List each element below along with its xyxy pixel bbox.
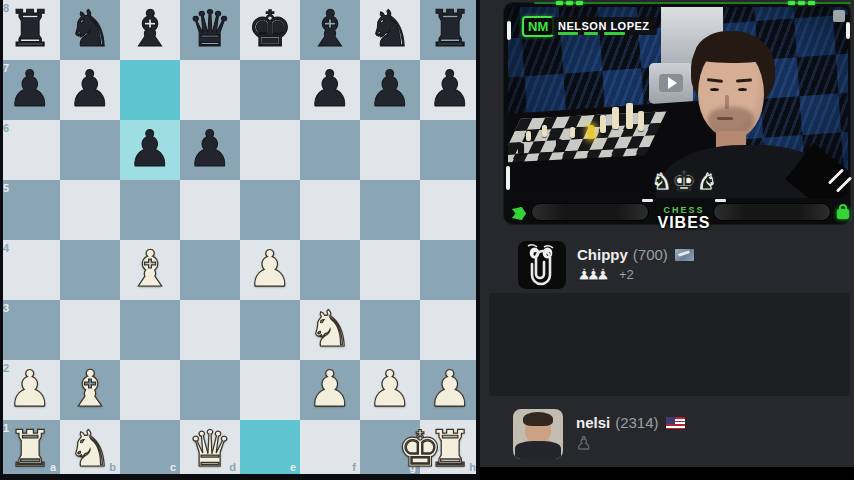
square-c2[interactable] <box>120 360 180 420</box>
black-pawn-h7[interactable]: ♟ <box>420 60 480 120</box>
square-f8[interactable]: ♝ <box>300 0 360 60</box>
square-g6[interactable] <box>360 120 420 180</box>
square-f5[interactable] <box>300 180 360 240</box>
square-a5[interactable]: 5 <box>0 180 60 240</box>
square-c6[interactable]: ♟ <box>120 120 180 180</box>
square-h2[interactable]: ♟ <box>420 360 480 420</box>
white-knight-f3[interactable]: ♞ <box>300 300 360 360</box>
lock-icon <box>837 209 849 219</box>
coord-file-c: c <box>170 462 176 473</box>
chess-board[interactable]: 8♜♞♝♛♚♝♞♜7♟♟♟♟♟6♟♟54♝♟3♞2♟♝♟♟♟1a♜b♞cd♛ef… <box>0 0 480 480</box>
square-b5[interactable] <box>60 180 120 240</box>
chess-set-piece <box>526 131 531 141</box>
chippy-flag-icon <box>675 249 694 261</box>
square-b2[interactable]: ♝ <box>60 360 120 420</box>
square-g5[interactable] <box>360 180 420 240</box>
square-c3[interactable] <box>120 300 180 360</box>
player-name-bottom[interactable]: nelsi(2314) <box>576 414 685 431</box>
square-a3[interactable]: 3 <box>0 300 60 360</box>
white-rook-a1[interactable]: ♜ <box>0 420 60 480</box>
captured-pieces-bottom: ♟ <box>576 433 591 453</box>
us-flag-icon <box>666 417 685 429</box>
frame-bracket-bottom-left <box>506 166 510 190</box>
chess-set-piece <box>638 111 644 131</box>
youtube-play-button-plaque <box>649 63 693 104</box>
square-f7[interactable]: ♟ <box>300 60 360 120</box>
square-f2[interactable]: ♟ <box>300 360 360 420</box>
coord-rank-6: 6 <box>3 123 9 134</box>
white-bishop-c4[interactable]: ♝ <box>120 240 180 300</box>
square-h8[interactable]: ♜ <box>420 0 480 60</box>
badge-underline-dashes <box>558 32 625 35</box>
logo-dash <box>715 199 726 202</box>
square-d8[interactable]: ♛ <box>180 0 240 60</box>
coord-file-f: f <box>352 462 356 473</box>
square-e6[interactable] <box>240 120 300 180</box>
material-advantage: +2 <box>619 267 634 282</box>
logo-text-vibes: VIBES <box>634 215 734 230</box>
frame-bracket-top-left <box>507 21 511 40</box>
white-pawn-h2[interactable]: ♟ <box>420 360 480 420</box>
square-d7[interactable] <box>180 60 240 120</box>
square-f1[interactable]: f <box>300 420 360 480</box>
square-c4[interactable]: ♝ <box>120 240 180 300</box>
board-bottom-edge <box>0 474 480 480</box>
square-e4[interactable]: ♟ <box>240 240 300 300</box>
square-h3[interactable] <box>420 300 480 360</box>
square-g4[interactable] <box>360 240 420 300</box>
square-h6[interactable] <box>420 120 480 180</box>
streamer-mouth <box>717 117 733 120</box>
black-pawn-a7[interactable]: ♟ <box>0 60 60 120</box>
leaf-icon <box>512 207 526 220</box>
chess-set-piece <box>626 103 633 129</box>
clippy-icon <box>518 241 566 289</box>
square-e7[interactable] <box>240 60 300 120</box>
coord-rank-5: 5 <box>3 183 9 194</box>
chess-set-piece <box>542 125 547 137</box>
logo-chess-pieces: ♞ ♚ ♞ <box>634 167 734 197</box>
square-h4[interactable] <box>420 240 480 300</box>
square-d3[interactable] <box>180 300 240 360</box>
square-f3[interactable]: ♞ <box>300 300 360 360</box>
square-g7[interactable]: ♟ <box>360 60 420 120</box>
player-rating: (700) <box>633 246 668 263</box>
square-c8[interactable]: ♝ <box>120 0 180 60</box>
square-b8[interactable]: ♞ <box>60 0 120 60</box>
square-g8[interactable]: ♞ <box>360 0 420 60</box>
square-e3[interactable] <box>240 300 300 360</box>
white-pawn-f2[interactable]: ♟ <box>300 360 360 420</box>
square-e8[interactable]: ♚ <box>240 0 300 60</box>
square-d1[interactable]: d♛ <box>180 420 240 480</box>
coord-rank-4: 4 <box>3 243 9 254</box>
square-e5[interactable] <box>240 180 300 240</box>
black-bishop-f8[interactable]: ♝ <box>300 0 360 60</box>
square-e2[interactable] <box>240 360 300 420</box>
black-pawn-b7[interactable]: ♟ <box>60 60 120 120</box>
black-rook-a8[interactable]: ♜ <box>0 0 60 60</box>
board-left-edge <box>0 0 3 480</box>
black-rook-h8[interactable]: ♜ <box>420 0 480 60</box>
green-dashes-left <box>556 1 583 5</box>
chess-set-piece <box>518 143 524 154</box>
square-b6[interactable] <box>60 120 120 180</box>
square-h1[interactable]: h♜ <box>420 420 480 480</box>
white-pawn-a2[interactable]: ♟ <box>0 360 60 420</box>
chess-set-piece <box>556 139 562 151</box>
chess-set-piece-highlighted <box>588 125 594 139</box>
square-b1[interactable]: b♞ <box>60 420 120 480</box>
square-a2[interactable]: 2♟ <box>0 360 60 420</box>
coord-file-e: e <box>290 462 296 473</box>
captured-white-pawn-icon: ♟ <box>596 265 610 284</box>
avatar-photo-hair <box>523 412 553 426</box>
chess-set-piece <box>612 107 619 129</box>
square-d4[interactable] <box>180 240 240 300</box>
avatar-photo-shirt <box>515 441 561 459</box>
black-bishop-c8[interactable]: ♝ <box>120 0 180 60</box>
square-c5[interactable] <box>120 180 180 240</box>
white-knight-b1[interactable]: ♞ <box>60 420 120 480</box>
chess-set-piece <box>570 127 575 138</box>
square-e1[interactable]: e <box>240 420 300 480</box>
player-name-top[interactable]: Chippy(700) <box>577 246 694 263</box>
black-pawn-g7[interactable]: ♟ <box>360 60 420 120</box>
white-pawn-e4[interactable]: ♟ <box>240 240 300 300</box>
black-pawn-f7[interactable]: ♟ <box>300 60 360 120</box>
frame-bracket-top-right <box>846 22 850 39</box>
square-d2[interactable] <box>180 360 240 420</box>
black-pawn-d6[interactable]: ♟ <box>180 120 240 180</box>
square-f6[interactable] <box>300 120 360 180</box>
square-g2[interactable]: ♟ <box>360 360 420 420</box>
black-knight-b8[interactable]: ♞ <box>60 0 120 60</box>
green-dashes-right <box>788 1 815 5</box>
chess-vibes-logo: ♞ ♚ ♞ CHESS VIBES <box>634 167 734 230</box>
black-pawn-c6[interactable]: ♟ <box>120 120 180 180</box>
square-b7[interactable]: ♟ <box>60 60 120 120</box>
black-king-e8[interactable]: ♚ <box>240 0 300 60</box>
square-b3[interactable] <box>60 300 120 360</box>
white-queen-d1[interactable]: ♛ <box>180 420 240 480</box>
square-a8[interactable]: 8♜ <box>0 0 60 60</box>
square-d6[interactable]: ♟ <box>180 120 240 180</box>
black-queen-d8[interactable]: ♛ <box>180 0 240 60</box>
square-g3[interactable] <box>360 300 420 360</box>
white-bishop-b2[interactable]: ♝ <box>60 360 120 420</box>
chess-set-piece <box>600 115 606 133</box>
square-b4[interactable] <box>60 240 120 300</box>
logo-king-icon: ♚ <box>671 167 696 197</box>
side-panel: NM NELSON LOPEZ ♞ ♚ ♞ CHESS VIBES <box>480 0 854 480</box>
logo-dash <box>642 199 653 202</box>
white-rook-h1[interactable]: ♜ <box>420 420 480 480</box>
square-h7[interactable]: ♟ <box>420 60 480 120</box>
play-icon <box>668 77 677 89</box>
avatar-chippy[interactable] <box>518 241 566 289</box>
video-corner-logo <box>833 10 845 22</box>
video-player[interactable]: NM NELSON LOPEZ ♞ ♚ ♞ CHESS VIBES <box>503 2 851 225</box>
square-a7[interactable]: 7♟ <box>0 60 60 120</box>
player-name-text[interactable]: Chippy <box>577 246 628 263</box>
square-d5[interactable] <box>180 180 240 240</box>
board-right-edge <box>476 0 480 480</box>
logo-knight-icon: ♞ <box>652 167 672 197</box>
square-f4[interactable] <box>300 240 360 300</box>
square-a6[interactable]: 6 <box>0 120 60 180</box>
captured-black-pawn-icon: ♟ <box>576 433 591 453</box>
streamer-eye <box>710 88 719 91</box>
square-c1[interactable]: c <box>120 420 180 480</box>
player-name-text[interactable]: nelsi <box>576 414 610 431</box>
streamer-eye <box>738 88 747 91</box>
white-pawn-g2[interactable]: ♟ <box>360 360 420 420</box>
square-c7[interactable] <box>120 60 180 120</box>
coord-rank-3: 3 <box>3 303 9 314</box>
logo-knight-icon: ♞ <box>697 167 717 197</box>
captured-pieces-top: ♟♟♟+2 <box>577 265 634 287</box>
avatar-nelsi[interactable] <box>513 409 563 459</box>
hud-bar-left <box>531 203 649 221</box>
square-a4[interactable]: 4 <box>0 240 60 300</box>
square-a1[interactable]: 1a♜ <box>0 420 60 480</box>
move-list-panel[interactable] <box>489 293 850 396</box>
player-rating: (2314) <box>615 414 658 431</box>
black-knight-g8[interactable]: ♞ <box>360 0 420 60</box>
square-h5[interactable] <box>420 180 480 240</box>
nm-title-badge: NM <box>522 16 554 37</box>
